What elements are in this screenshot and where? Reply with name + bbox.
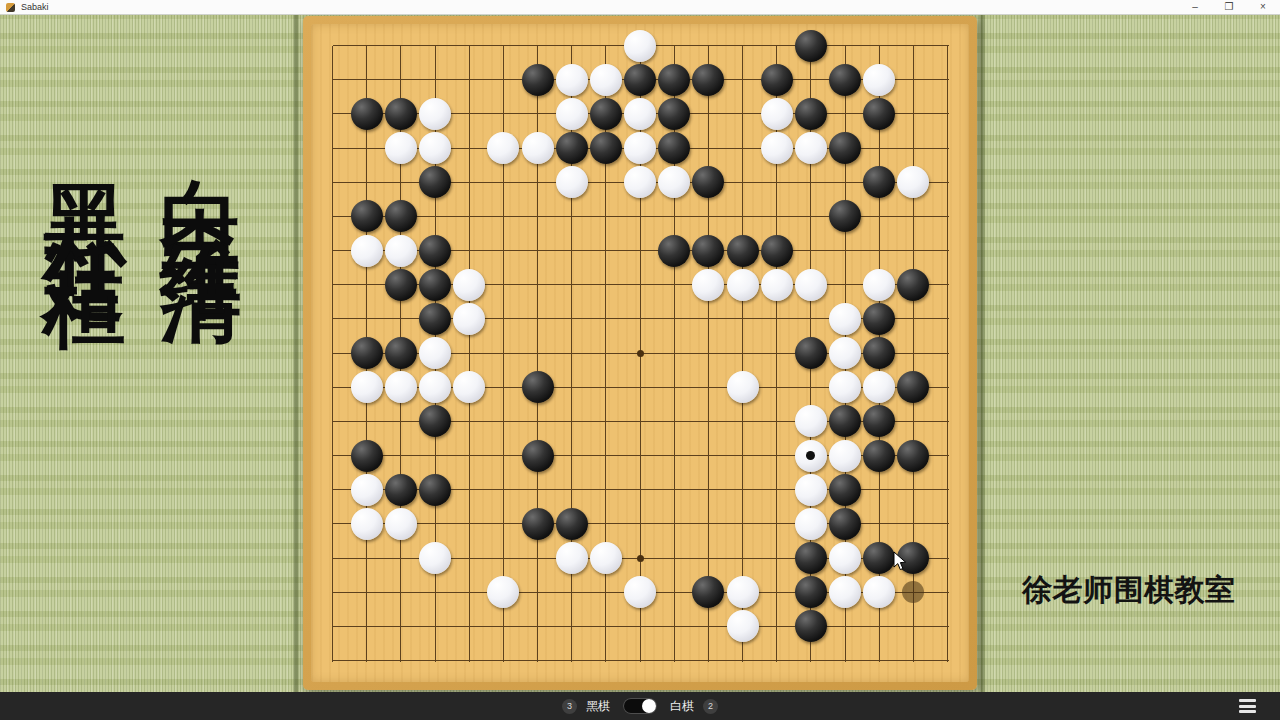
star-point [637, 555, 644, 562]
turn-toggle[interactable] [623, 698, 657, 714]
white-captures-badge: 2 [703, 699, 718, 714]
stone-black [658, 64, 690, 96]
stone-black [385, 474, 417, 506]
stone-black [829, 200, 861, 232]
stone-white [795, 474, 827, 506]
stone-white [761, 269, 793, 301]
close-button[interactable]: × [1246, 0, 1280, 15]
stone-black [897, 269, 929, 301]
stone-black [795, 337, 827, 369]
stone-white [556, 64, 588, 96]
grid-line-vertical [708, 46, 709, 662]
menu-icon[interactable] [1239, 699, 1256, 713]
stone-white [727, 269, 759, 301]
stone-white [658, 166, 690, 198]
stone-black [727, 235, 759, 267]
stone-white [863, 371, 895, 403]
stone-black [692, 576, 724, 608]
stone-black [795, 610, 827, 642]
grid-line-vertical [332, 46, 333, 662]
stone-black [556, 508, 588, 540]
stone-white [385, 371, 417, 403]
stone-black [419, 405, 451, 437]
stone-black [761, 235, 793, 267]
stone-black [522, 440, 554, 472]
stone-white [419, 371, 451, 403]
stone-black [624, 64, 656, 96]
stone-black [385, 269, 417, 301]
stone-black [829, 64, 861, 96]
stone-black [829, 474, 861, 506]
stone-white [487, 132, 519, 164]
stone-white [624, 166, 656, 198]
stone-black [590, 132, 622, 164]
stone-black [658, 98, 690, 130]
goban[interactable] [311, 24, 969, 682]
goban-frame [303, 16, 977, 690]
stone-black [351, 200, 383, 232]
minimize-button[interactable]: – [1178, 0, 1212, 15]
stone-black [385, 337, 417, 369]
stone-white [863, 576, 895, 608]
star-point [637, 350, 644, 357]
stone-black [795, 98, 827, 130]
bottom-toolbar: 3 黑棋 白棋 2 [0, 692, 1280, 720]
stone-white [863, 64, 895, 96]
stone-black [761, 64, 793, 96]
black-player-label: 黑棋 [586, 698, 610, 715]
stone-white [761, 132, 793, 164]
black-player-caption: 黑朴廷桓 [44, 120, 126, 232]
classroom-banner: 徐老师围棋教室 [1022, 570, 1236, 611]
stone-black [795, 542, 827, 574]
stone-white [351, 371, 383, 403]
stone-black [863, 542, 895, 574]
stone-black [351, 98, 383, 130]
maximize-button[interactable]: ❐ [1212, 0, 1246, 15]
stone-white [556, 98, 588, 130]
stone-white [453, 371, 485, 403]
stone-black [522, 508, 554, 540]
stone-white [829, 440, 861, 472]
stone-white [556, 542, 588, 574]
stone-black [385, 98, 417, 130]
stone-white [897, 166, 929, 198]
stone-white [351, 474, 383, 506]
stone-white [727, 610, 759, 642]
stone-black [829, 132, 861, 164]
stone-black [658, 132, 690, 164]
stone-white [522, 132, 554, 164]
ghost-stone-preview [902, 581, 924, 603]
stone-white [351, 235, 383, 267]
stone-black [795, 30, 827, 62]
grid-line-vertical [469, 46, 470, 662]
stone-white [419, 542, 451, 574]
stone-white [727, 371, 759, 403]
stone-black [522, 64, 554, 96]
stone-black [863, 405, 895, 437]
stone-white [624, 98, 656, 130]
stone-white [624, 132, 656, 164]
mouse-cursor [893, 551, 907, 575]
stone-black [419, 474, 451, 506]
stone-black [351, 440, 383, 472]
grid-line-horizontal [333, 660, 949, 661]
stone-white [624, 576, 656, 608]
stone-white [385, 235, 417, 267]
stone-black [419, 166, 451, 198]
stone-white [795, 508, 827, 540]
stone-white [829, 576, 861, 608]
grid-line-vertical [947, 46, 948, 662]
black-captures-badge: 3 [562, 699, 577, 714]
stone-black [385, 200, 417, 232]
stone-white [385, 132, 417, 164]
stone-white [795, 269, 827, 301]
turn-toggle-knob [642, 699, 656, 713]
stone-white [419, 132, 451, 164]
stone-black [863, 166, 895, 198]
stone-black [658, 235, 690, 267]
stone-white [829, 337, 861, 369]
stone-white [829, 371, 861, 403]
window-title: Sabaki [21, 2, 49, 12]
stone-white [419, 337, 451, 369]
stone-black [419, 303, 451, 335]
title-bar: Sabaki – ❐ × [0, 0, 1280, 15]
stone-black [863, 98, 895, 130]
stone-black [419, 235, 451, 267]
stone-black [692, 235, 724, 267]
stone-black [351, 337, 383, 369]
stone-black [590, 98, 622, 130]
stone-white [692, 269, 724, 301]
stone-white [624, 30, 656, 62]
grid-line-vertical [742, 46, 743, 662]
stone-black [795, 576, 827, 608]
stone-black [692, 64, 724, 96]
white-player-caption: 白李维清 [160, 113, 242, 225]
stone-white [419, 98, 451, 130]
stone-black [829, 508, 861, 540]
stone-white [795, 405, 827, 437]
stone-white [556, 166, 588, 198]
stone-white [795, 132, 827, 164]
stone-black [522, 371, 554, 403]
stone-black [863, 303, 895, 335]
window-controls: – ❐ × [1178, 0, 1280, 15]
stone-white [590, 542, 622, 574]
stone-white [385, 508, 417, 540]
sabaki-app-icon [6, 3, 15, 12]
stone-white [863, 269, 895, 301]
stone-black [863, 440, 895, 472]
stone-white [829, 542, 861, 574]
stone-white [487, 576, 519, 608]
stone-white [351, 508, 383, 540]
stone-white [453, 303, 485, 335]
stone-white [727, 576, 759, 608]
tatami-seam-right [979, 15, 985, 692]
stone-black [692, 166, 724, 198]
stone-white [829, 303, 861, 335]
stone-black [419, 269, 451, 301]
white-player-label: 白棋 [670, 698, 694, 715]
stone-black [829, 405, 861, 437]
stone-white [590, 64, 622, 96]
stone-black [897, 371, 929, 403]
stone-black [863, 337, 895, 369]
stone-black [897, 440, 929, 472]
stone-black [556, 132, 588, 164]
stone-white [453, 269, 485, 301]
tatami-seam-left [293, 15, 299, 692]
stone-white [761, 98, 793, 130]
grid-line-horizontal [333, 626, 949, 627]
